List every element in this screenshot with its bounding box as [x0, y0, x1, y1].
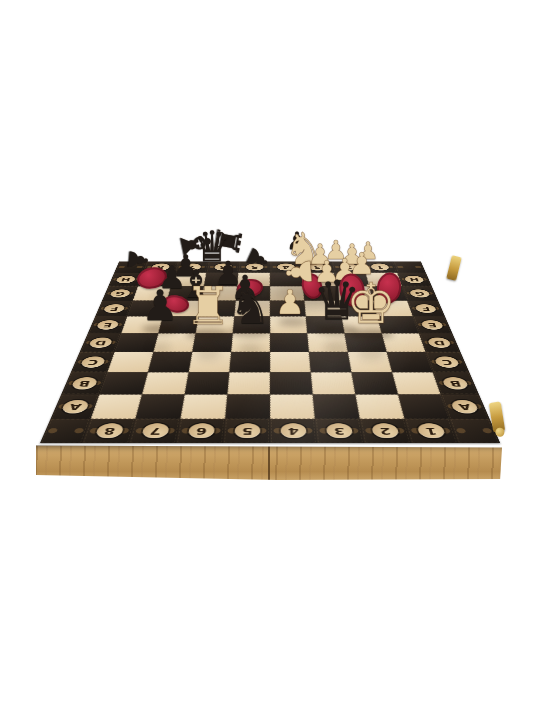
square-B4 — [270, 372, 313, 394]
square-D2 — [344, 333, 386, 352]
label-back-file-1: 1 — [362, 261, 397, 272]
square-F4 — [270, 301, 306, 317]
label-front-file-6: 6 — [176, 419, 225, 443]
label-back-file-5: 5 — [238, 261, 270, 272]
square-B6 — [185, 372, 230, 394]
label-right-rank-F: F — [407, 301, 445, 317]
chessboard-scene: 87654321HHGGFFEEDDCCBBAA87654321 ♟♜♛♝♟♟♟… — [0, 0, 540, 720]
label-right-rank-C: C — [426, 352, 470, 372]
square-A8 — [91, 394, 142, 419]
coordinate-label: 5 — [234, 423, 260, 438]
square-A4 — [270, 394, 315, 419]
coordinate-label: E — [96, 320, 120, 329]
square-H5 — [237, 273, 270, 286]
coordinate-label: 2 — [371, 423, 400, 438]
coordinate-label: H — [115, 276, 136, 283]
square-C7 — [148, 352, 192, 372]
label-back-file-6: 6 — [206, 261, 239, 272]
label-right-rank-G: G — [402, 286, 438, 301]
label-back-file-2: 2 — [332, 261, 366, 272]
square-D7 — [153, 333, 195, 352]
square-E1 — [377, 316, 419, 333]
coordinate-label: 7 — [182, 264, 201, 271]
coordinate-label: 6 — [187, 423, 214, 438]
label-back-file-7: 7 — [175, 261, 209, 272]
border-corner — [114, 261, 146, 272]
coordinate-label: 4 — [280, 423, 306, 438]
label-front-file-7: 7 — [129, 419, 180, 443]
coordinate-label: A — [61, 400, 91, 414]
coordinate-label: D — [88, 337, 113, 347]
square-B5 — [227, 372, 270, 394]
coordinate-label: G — [109, 289, 131, 297]
white-pawn: ♟ — [324, 237, 347, 263]
square-H3 — [302, 273, 336, 286]
square-D4 — [270, 333, 309, 352]
board-wooden-side — [36, 444, 502, 480]
square-H6 — [204, 273, 238, 286]
black-pawn: ♟ — [286, 229, 308, 253]
square-E3 — [306, 316, 345, 333]
square-E4 — [270, 316, 307, 333]
coordinate-label: C — [80, 356, 106, 367]
chess-board: 87654321HHGGFFEEDDCCBBAA87654321 — [40, 261, 500, 443]
label-back-file-3: 3 — [301, 261, 334, 272]
square-C3 — [309, 352, 351, 372]
square-E7 — [158, 316, 198, 333]
label-right-rank-D: D — [419, 333, 460, 352]
coordinate-label: 3 — [325, 423, 352, 438]
square-E2 — [341, 316, 381, 333]
coordinate-label: C — [434, 356, 460, 367]
coordinate-label: G — [409, 289, 431, 297]
black-bishop: ♝ — [173, 222, 220, 265]
square-G4 — [270, 286, 304, 301]
coordinate-label: A — [450, 400, 480, 414]
square-D6 — [192, 333, 233, 352]
coordinate-label: B — [441, 377, 469, 389]
label-right-rank-A: A — [441, 394, 490, 419]
square-C6 — [189, 352, 231, 372]
square-B2 — [351, 372, 398, 394]
square-B3 — [311, 372, 356, 394]
coordinate-label: F — [103, 304, 126, 313]
coordinate-label: 1 — [416, 423, 446, 438]
coordinate-label: H — [404, 276, 425, 283]
square-B7 — [142, 372, 189, 394]
coordinate-label: 6 — [214, 264, 232, 271]
label-right-rank-E: E — [413, 316, 452, 333]
wooden-side-seam — [268, 446, 270, 480]
label-front-file-4: 4 — [270, 419, 317, 443]
square-G6 — [201, 286, 237, 301]
square-C2 — [348, 352, 392, 372]
square-C4 — [270, 352, 311, 372]
square-G7 — [167, 286, 204, 301]
square-F3 — [304, 301, 341, 317]
square-A2 — [355, 394, 404, 419]
square-G5 — [236, 286, 270, 301]
square-A5 — [225, 394, 270, 419]
square-F7 — [163, 301, 202, 317]
label-right-rank-B: B — [433, 372, 479, 394]
square-F8 — [127, 301, 167, 317]
square-D3 — [307, 333, 348, 352]
black-rook: ♜ — [209, 223, 248, 259]
square-F5 — [234, 301, 270, 317]
label-front-file-8: 8 — [82, 419, 135, 443]
square-E5 — [233, 316, 270, 333]
label-right-rank-H: H — [397, 273, 431, 286]
label-back-file-4: 4 — [270, 261, 302, 272]
square-H8 — [138, 273, 175, 286]
square-H4 — [270, 273, 303, 286]
square-F6 — [199, 301, 236, 317]
coordinate-label: D — [427, 337, 452, 347]
square-H7 — [171, 273, 206, 286]
square-D5 — [231, 333, 270, 352]
coordinate-label: 7 — [141, 423, 170, 438]
square-G3 — [303, 286, 339, 301]
label-back-file-8: 8 — [143, 261, 178, 272]
square-G1 — [369, 286, 407, 301]
square-G2 — [336, 286, 373, 301]
square-D8 — [114, 333, 158, 352]
square-A6 — [180, 394, 227, 419]
coordinate-label: 8 — [94, 423, 124, 438]
coordinate-label: 5 — [245, 264, 263, 271]
coordinate-label: B — [71, 377, 99, 389]
label-front-file-5: 5 — [223, 419, 270, 443]
coordinate-label: 8 — [151, 264, 170, 271]
square-E6 — [196, 316, 235, 333]
square-A7 — [135, 394, 184, 419]
square-A3 — [313, 394, 360, 419]
coordinate-label: E — [420, 320, 444, 329]
coordinate-label: 1 — [370, 264, 389, 271]
coordinate-label: 2 — [339, 264, 358, 271]
square-E8 — [121, 316, 163, 333]
square-C8 — [107, 352, 153, 372]
chess-set-product-photo: 87654321HHGGFFEEDDCCBBAA87654321 ♟♜♛♝♟♟♟… — [0, 0, 540, 720]
coordinate-label: F — [414, 304, 437, 313]
label-front-file-3: 3 — [315, 419, 364, 443]
square-G8 — [133, 286, 171, 301]
border-corner — [393, 261, 425, 272]
square-C5 — [229, 352, 270, 372]
square-B8 — [99, 372, 148, 394]
square-F2 — [339, 301, 378, 317]
coordinate-label: 4 — [277, 264, 295, 271]
brass-hinge-icon — [446, 255, 462, 281]
square-H2 — [334, 273, 369, 286]
coordinate-label: 3 — [308, 264, 326, 271]
white-pawn: ♟ — [357, 239, 379, 263]
label-front-file-2: 2 — [360, 419, 411, 443]
square-H1 — [365, 273, 402, 286]
square-F1 — [373, 301, 413, 317]
